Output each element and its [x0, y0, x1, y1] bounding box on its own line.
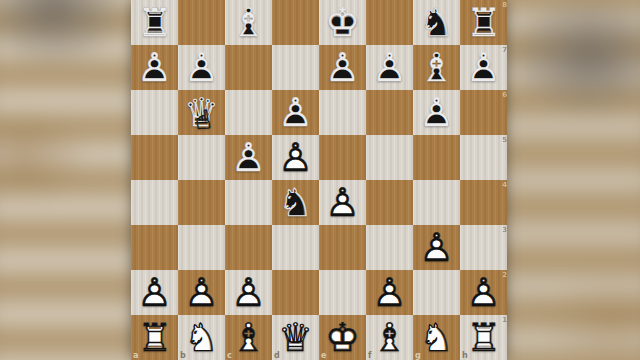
black-pawn-h7[interactable]: ♟	[460, 45, 507, 90]
background-blur-right	[495, 0, 640, 360]
black-pawn-b7[interactable]: ♟	[178, 45, 225, 90]
rank-label-4: 4	[502, 181, 507, 189]
square-c3[interactable]	[225, 225, 272, 270]
square-e3[interactable]	[319, 225, 366, 270]
black-bishop-g7[interactable]: ♝	[413, 45, 460, 90]
square-a3[interactable]	[131, 225, 178, 270]
square-h7[interactable]: 7♟♙	[460, 45, 507, 90]
square-e6[interactable]	[319, 90, 366, 135]
square-h5[interactable]: 5	[460, 135, 507, 180]
square-c2[interactable]: ♟♙	[225, 270, 272, 315]
white-queen-d1[interactable]: ♛	[272, 315, 319, 360]
square-e5[interactable]	[319, 135, 366, 180]
square-f5[interactable]	[366, 135, 413, 180]
square-g3[interactable]: ♟♙	[413, 225, 460, 270]
black-knight-d4[interactable]: ♞	[272, 180, 319, 225]
square-f2[interactable]: ♟♙	[366, 270, 413, 315]
white-knight-g1[interactable]: ♞	[413, 315, 460, 360]
square-c7[interactable]	[225, 45, 272, 90]
square-f1[interactable]: f♝♗	[366, 315, 413, 360]
white-pawn-a2[interactable]: ♟	[131, 270, 178, 315]
white-rook-a1[interactable]: ♜	[131, 315, 178, 360]
black-pawn-e7[interactable]: ♟	[319, 45, 366, 90]
square-e1[interactable]: e♚♔	[319, 315, 366, 360]
square-c4[interactable]	[225, 180, 272, 225]
square-b4[interactable]	[178, 180, 225, 225]
chess-board: ♜♖♝♗♚♔♞♘8♜♖♟♙♟♙♟♙♟♙♝♗7♟♙♛♕♟♙♟♙6♟♙♟♙5♞♘♟♙…	[131, 0, 507, 360]
square-a8[interactable]: ♜♖	[131, 0, 178, 45]
square-e4[interactable]: ♟♙	[319, 180, 366, 225]
square-g5[interactable]	[413, 135, 460, 180]
square-c1[interactable]: c♝♗	[225, 315, 272, 360]
square-h2[interactable]: 2♟♙	[460, 270, 507, 315]
square-b3[interactable]	[178, 225, 225, 270]
square-h1[interactable]: h1♜♖	[460, 315, 507, 360]
square-e7[interactable]: ♟♙	[319, 45, 366, 90]
rank-label-5: 5	[502, 136, 507, 144]
white-king-e1[interactable]: ♚	[319, 315, 366, 360]
square-f8[interactable]	[366, 0, 413, 45]
square-h4[interactable]: 4	[460, 180, 507, 225]
white-pawn-d5[interactable]: ♟	[272, 135, 319, 180]
black-pawn-a7[interactable]: ♟	[131, 45, 178, 90]
square-d7[interactable]	[272, 45, 319, 90]
black-pawn-g6[interactable]: ♟	[413, 90, 460, 135]
square-b1[interactable]: b♞♘	[178, 315, 225, 360]
video-frame: ♜♖♝♗♚♔♞♘8♜♖♟♙♟♙♟♙♟♙♝♗7♟♙♛♕♟♙♟♙6♟♙♟♙5♞♘♟♙…	[0, 0, 640, 360]
square-d2[interactable]	[272, 270, 319, 315]
black-bishop-c8[interactable]: ♝	[225, 0, 272, 45]
black-queen-b6[interactable]: ♛	[178, 90, 225, 135]
black-pawn-f7[interactable]: ♟	[366, 45, 413, 90]
square-a5[interactable]	[131, 135, 178, 180]
square-b6[interactable]: ♛♕	[178, 90, 225, 135]
square-h3[interactable]: 3	[460, 225, 507, 270]
square-d1[interactable]: d♛♕	[272, 315, 319, 360]
square-g8[interactable]: ♞♘	[413, 0, 460, 45]
square-e8[interactable]: ♚♔	[319, 0, 366, 45]
black-knight-g8[interactable]: ♞	[413, 0, 460, 45]
white-knight-b1[interactable]: ♞	[178, 315, 225, 360]
square-b2[interactable]: ♟♙	[178, 270, 225, 315]
white-pawn-h2[interactable]: ♟	[460, 270, 507, 315]
background-blur-left	[0, 0, 143, 360]
square-h6[interactable]: 6	[460, 90, 507, 135]
white-bishop-c1[interactable]: ♝	[225, 315, 272, 360]
square-f7[interactable]: ♟♙	[366, 45, 413, 90]
square-e2[interactable]	[319, 270, 366, 315]
square-a4[interactable]	[131, 180, 178, 225]
black-rook-a8[interactable]: ♜	[131, 0, 178, 45]
square-g7[interactable]: ♝♗	[413, 45, 460, 90]
square-f3[interactable]	[366, 225, 413, 270]
black-rook-h8[interactable]: ♜	[460, 0, 507, 45]
square-b5[interactable]	[178, 135, 225, 180]
square-g2[interactable]	[413, 270, 460, 315]
square-d4[interactable]: ♞♘	[272, 180, 319, 225]
black-pawn-c5[interactable]: ♟	[225, 135, 272, 180]
square-g6[interactable]: ♟♙	[413, 90, 460, 135]
square-c8[interactable]: ♝♗	[225, 0, 272, 45]
square-d3[interactable]	[272, 225, 319, 270]
square-f4[interactable]	[366, 180, 413, 225]
rank-label-6: 6	[502, 91, 507, 99]
square-d5[interactable]: ♟♙	[272, 135, 319, 180]
square-g1[interactable]: g♞♘	[413, 315, 460, 360]
white-pawn-g3[interactable]: ♟	[413, 225, 460, 270]
square-f6[interactable]	[366, 90, 413, 135]
square-b7[interactable]: ♟♙	[178, 45, 225, 90]
square-d8[interactable]	[272, 0, 319, 45]
square-c5[interactable]: ♟♙	[225, 135, 272, 180]
white-rook-h1[interactable]: ♜	[460, 315, 507, 360]
white-pawn-e4[interactable]: ♟	[319, 180, 366, 225]
square-h8[interactable]: 8♜♖	[460, 0, 507, 45]
square-a6[interactable]	[131, 90, 178, 135]
rank-label-3: 3	[502, 226, 507, 234]
square-a1[interactable]: a♜♖	[131, 315, 178, 360]
white-pawn-f2[interactable]: ♟	[366, 270, 413, 315]
white-bishop-f1[interactable]: ♝	[366, 315, 413, 360]
square-b8[interactable]	[178, 0, 225, 45]
square-g4[interactable]	[413, 180, 460, 225]
black-pawn-d6[interactable]: ♟	[272, 90, 319, 135]
square-a2[interactable]: ♟♙	[131, 270, 178, 315]
square-d6[interactable]: ♟♙	[272, 90, 319, 135]
black-king-e8[interactable]: ♚	[319, 0, 366, 45]
white-pawn-b2[interactable]: ♟	[178, 270, 225, 315]
square-a7[interactable]: ♟♙	[131, 45, 178, 90]
square-c6[interactable]	[225, 90, 272, 135]
white-pawn-c2[interactable]: ♟	[225, 270, 272, 315]
